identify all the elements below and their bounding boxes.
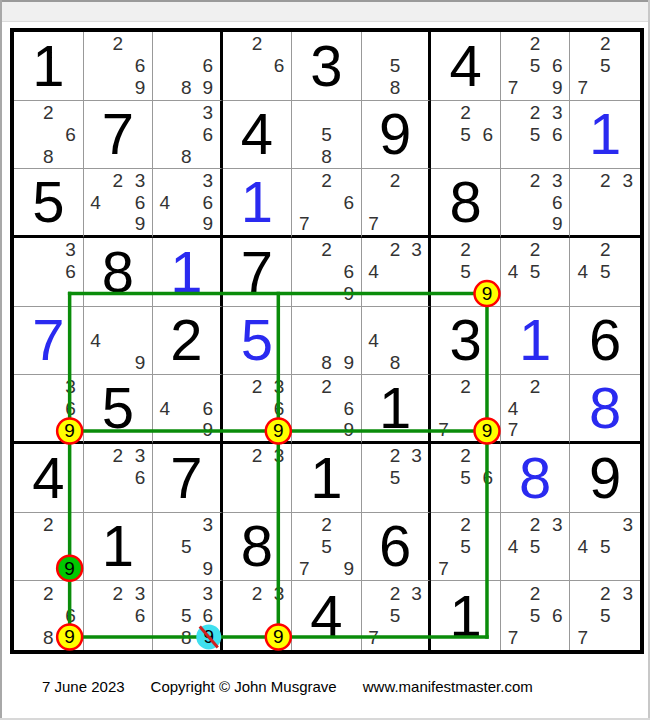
- given-digit: 2: [153, 307, 220, 375]
- cell-r6c3[interactable]: 469: [153, 375, 223, 444]
- pencil-9: 9: [129, 213, 151, 234]
- pencil-2: 2: [37, 582, 59, 604]
- pencil-1: [293, 239, 315, 261]
- pencil-marks: 27: [363, 170, 428, 234]
- pencil-marks: 89: [293, 308, 360, 374]
- pencil-6: 6: [546, 55, 568, 77]
- pencil-3: [406, 170, 428, 191]
- pencil-marks: 36: [15, 239, 82, 305]
- cell-r4c2[interactable]: 8: [84, 238, 154, 307]
- pencil-8: [524, 77, 546, 99]
- pencil-2: 2: [594, 239, 617, 261]
- pencil-6: 6: [546, 124, 568, 146]
- pencil-8: [455, 557, 477, 579]
- pencil-4: 4: [502, 261, 524, 283]
- pencil-5: 5: [315, 124, 337, 146]
- pencil-5: [524, 398, 546, 419]
- pencil-4: [154, 605, 176, 627]
- footer-caption: 7 June 2023Copyright © John Musgravewww.…: [42, 678, 533, 695]
- pencil-5: 5: [594, 536, 617, 558]
- cell-r2c9[interactable]: 1: [570, 101, 640, 170]
- cell-r3c9[interactable]: 23: [570, 169, 640, 238]
- pencil-7: [502, 283, 524, 305]
- pencil-2: [594, 514, 617, 536]
- pencil-9: 9: [477, 283, 499, 305]
- cell-r9c9[interactable]: 2357: [570, 581, 640, 650]
- cell-r6c8[interactable]: 247: [501, 375, 571, 444]
- pencil-9: 9: [197, 557, 219, 579]
- window-top-bar: [0, 0, 650, 22]
- footer-copyright: Copyright © John Musgrave: [151, 678, 337, 695]
- pencil-5: 5: [384, 605, 406, 627]
- pencil-9: [406, 77, 428, 99]
- pencil-6: 6: [59, 605, 81, 627]
- pencil-marks: 3469: [154, 170, 219, 234]
- pencil-6: [59, 536, 81, 558]
- pencil-1: [85, 445, 107, 467]
- pencil-6: [546, 398, 568, 419]
- pencil-6: [338, 536, 360, 558]
- pencil-1: [432, 239, 454, 261]
- pencil-4: [363, 192, 385, 213]
- cell-r4c8[interactable]: 245: [501, 238, 571, 307]
- pencil-8: [107, 351, 129, 373]
- cell-r6c7[interactable]: 279: [431, 375, 501, 444]
- given-digit: 7: [153, 444, 220, 512]
- pencil-9: [616, 557, 639, 579]
- pencil-2: [176, 514, 198, 536]
- pencil-1: [571, 239, 594, 261]
- cell-r8c9[interactable]: 345: [570, 513, 640, 582]
- pencil-5: [107, 605, 129, 627]
- pencil-9: 9: [197, 627, 219, 649]
- cell-r5c1[interactable]: 7: [14, 307, 84, 376]
- cell-r6c4[interactable]: 2369: [223, 375, 293, 444]
- pencil-9: 9: [59, 627, 81, 649]
- pencil-9: 9: [59, 419, 81, 440]
- pencil-7: 7: [432, 557, 454, 579]
- pencil-1: [363, 33, 385, 55]
- pencil-3: 3: [406, 445, 428, 467]
- pencil-6: [616, 192, 639, 213]
- pencil-1: [502, 239, 524, 261]
- pencil-7: [432, 283, 454, 305]
- pencil-7: 7: [571, 77, 594, 99]
- cell-r1c2[interactable]: 269: [84, 32, 154, 101]
- pencil-7: [85, 213, 107, 234]
- cell-r1c1[interactable]: 1: [14, 32, 84, 101]
- cell-r4c6[interactable]: 234: [362, 238, 432, 307]
- pencil-9: 9: [129, 351, 151, 373]
- solved-digit: 1: [570, 101, 640, 169]
- pencil-marks: 23: [571, 170, 639, 234]
- cell-r8c2[interactable]: 1: [84, 513, 154, 582]
- pencil-marks: 269: [293, 239, 360, 305]
- given-digit: 1: [292, 444, 361, 512]
- pencil-8: 8: [384, 351, 406, 373]
- pencil-2: 2: [524, 514, 546, 536]
- given-digit: 4: [14, 444, 83, 512]
- pencil-marks: 245: [571, 239, 639, 305]
- pencil-5: [246, 605, 268, 627]
- pencil-3: 3: [197, 582, 219, 604]
- cell-r8c6[interactable]: 6: [362, 513, 432, 582]
- pencil-6: 6: [197, 605, 219, 627]
- cell-r4c4[interactable]: 7: [223, 238, 293, 307]
- cell-r8c7[interactable]: 257: [431, 513, 501, 582]
- pencil-2: [176, 33, 198, 55]
- pencil-9: 9: [546, 77, 568, 99]
- cell-r3c6[interactable]: 27: [362, 169, 432, 238]
- pencil-2: [176, 582, 198, 604]
- pencil-marks: 235: [363, 445, 428, 511]
- pencil-2: 2: [107, 582, 129, 604]
- pencil-5: [37, 124, 59, 146]
- cell-r2c2[interactable]: 7: [84, 101, 154, 170]
- cell-r8c3[interactable]: 359: [153, 513, 223, 582]
- pencil-marks: 269: [293, 376, 360, 440]
- pencil-8: 8: [37, 145, 59, 167]
- pencil-3: [616, 33, 639, 55]
- pencil-1: [15, 514, 37, 536]
- pencil-5: [37, 398, 59, 419]
- pencil-9: [616, 77, 639, 99]
- cell-r5c4[interactable]: 5: [223, 307, 293, 376]
- cell-r9c5[interactable]: 4: [292, 581, 362, 650]
- pencil-2: [176, 376, 198, 397]
- cell-r6c1[interactable]: 369: [14, 375, 84, 444]
- pencil-3: [129, 33, 151, 55]
- cell-r2c7[interactable]: 256: [431, 101, 501, 170]
- pencil-8: 8: [176, 77, 198, 99]
- cell-r5c5[interactable]: 89: [292, 307, 362, 376]
- cell-r9c6[interactable]: 2357: [362, 581, 432, 650]
- pencil-5: [107, 192, 129, 213]
- pencil-7: [363, 489, 385, 511]
- pencil-3: [477, 102, 499, 124]
- pencil-8: [524, 145, 546, 167]
- solved-digit: 1: [501, 307, 570, 375]
- pencil-4: [15, 398, 37, 419]
- cell-r7c8[interactable]: 8: [501, 444, 571, 513]
- cell-r8c5[interactable]: 2579: [292, 513, 362, 582]
- cell-r1c9[interactable]: 257: [570, 32, 640, 101]
- given-digit: 1: [14, 32, 83, 100]
- pencil-9: [406, 213, 428, 234]
- pencil-4: [293, 192, 315, 213]
- pencil-2: 2: [384, 239, 406, 261]
- pencil-4: [571, 55, 594, 77]
- cell-r4c1[interactable]: 36: [14, 238, 84, 307]
- pencil-4: [502, 55, 524, 77]
- pencil-1: [15, 239, 37, 261]
- cell-r5c8[interactable]: 1: [501, 307, 571, 376]
- pencil-5: 5: [384, 55, 406, 77]
- pencil-marks: 236: [85, 582, 152, 649]
- pencil-marks: 247: [502, 376, 569, 440]
- pencil-7: [293, 419, 315, 440]
- pencil-marks: 245: [502, 239, 569, 305]
- cell-r2c6[interactable]: 9: [362, 101, 432, 170]
- pencil-6: [477, 398, 499, 419]
- pencil-3: 3: [197, 170, 219, 191]
- pencil-6: [616, 605, 639, 627]
- pencil-marks: 2357: [571, 582, 639, 649]
- given-digit: 5: [84, 375, 153, 441]
- pencil-4: [432, 536, 454, 558]
- cell-r1c6[interactable]: 58: [362, 32, 432, 101]
- pencil-8: [524, 419, 546, 440]
- pencil-3: [406, 308, 428, 330]
- pencil-marks: 26: [224, 33, 291, 99]
- cell-r7c7[interactable]: 256: [431, 444, 501, 513]
- pencil-4: [154, 55, 176, 77]
- cell-r7c2[interactable]: 236: [84, 444, 154, 513]
- pencil-4: [293, 330, 315, 352]
- cell-r4c7[interactable]: 259: [431, 238, 501, 307]
- pencil-2: 2: [455, 445, 477, 467]
- cell-r1c7[interactable]: 4: [431, 32, 501, 101]
- given-digit: 1: [362, 375, 429, 441]
- pencil-7: [502, 557, 524, 579]
- cell-r7c4[interactable]: 23: [223, 444, 293, 513]
- pencil-2: 2: [246, 376, 268, 397]
- pencil-7: [15, 557, 37, 579]
- pencil-marks: 239: [224, 582, 291, 649]
- pencil-9: [59, 145, 81, 167]
- given-digit: 7: [223, 238, 292, 306]
- pencil-8: [594, 213, 617, 234]
- pencil-marks: 48: [363, 308, 428, 374]
- cell-r1c5[interactable]: 3: [292, 32, 362, 101]
- cell-r5c7[interactable]: 3: [431, 307, 501, 376]
- pencil-7: [85, 489, 107, 511]
- cell-r4c5[interactable]: 269: [292, 238, 362, 307]
- cell-r7c9[interactable]: 9: [570, 444, 640, 513]
- pencil-1: [85, 308, 107, 330]
- pencil-9: [616, 213, 639, 234]
- pencil-7: [293, 351, 315, 373]
- pencil-7: [363, 77, 385, 99]
- pencil-4: 4: [571, 261, 594, 283]
- pencil-8: [384, 489, 406, 511]
- pencil-marks: 359: [154, 514, 219, 580]
- pencil-8: [176, 213, 198, 234]
- pencil-marks: 58: [293, 102, 360, 168]
- cell-r7c6[interactable]: 235: [362, 444, 432, 513]
- pencil-6: [546, 536, 568, 558]
- given-digit: 8: [84, 238, 153, 306]
- cell-r2c8[interactable]: 2356: [501, 101, 571, 170]
- pencil-1: [15, 376, 37, 397]
- cell-r9c3[interactable]: 35689: [153, 581, 223, 650]
- pencil-4: [15, 261, 37, 283]
- solved-digit: 8: [570, 375, 640, 441]
- pencil-9: [616, 283, 639, 305]
- cell-r9c1[interactable]: 2689: [14, 581, 84, 650]
- pencil-9: [546, 557, 568, 579]
- cell-r9c8[interactable]: 2567: [501, 581, 571, 650]
- cell-r3c3[interactable]: 3469: [153, 169, 223, 238]
- given-digit: 3: [292, 32, 361, 100]
- pencil-marks: 23: [224, 445, 291, 511]
- cell-r7c5[interactable]: 1: [292, 444, 362, 513]
- cell-r6c6[interactable]: 1: [362, 375, 432, 444]
- pencil-5: [37, 261, 59, 283]
- pencil-4: 4: [502, 398, 524, 419]
- given-digit: 4: [431, 32, 500, 100]
- pencil-2: [176, 170, 198, 191]
- pencil-7: [15, 283, 37, 305]
- cell-r2c1[interactable]: 268: [14, 101, 84, 170]
- pencil-8: 8: [176, 627, 198, 649]
- pencil-5: 5: [455, 261, 477, 283]
- pencil-8: 8: [176, 145, 198, 167]
- pencil-1: [15, 102, 37, 124]
- pencil-9: [406, 627, 428, 649]
- pencil-8: [315, 283, 337, 305]
- pencil-3: 3: [268, 376, 290, 397]
- pencil-5: 5: [455, 467, 477, 489]
- pencil-4: [293, 398, 315, 419]
- pencil-1: [363, 308, 385, 330]
- pencil-1: [502, 376, 524, 397]
- cell-r2c3[interactable]: 368: [153, 101, 223, 170]
- cell-r6c2[interactable]: 5: [84, 375, 154, 444]
- cell-r2c5[interactable]: 58: [292, 101, 362, 170]
- pencil-5: 5: [524, 536, 546, 558]
- pencil-3: 3: [268, 582, 290, 604]
- pencil-marks: 257: [571, 33, 639, 99]
- pencil-1: [224, 445, 246, 467]
- pencil-1: [571, 33, 594, 55]
- pencil-7: [85, 351, 107, 373]
- pencil-4: [224, 398, 246, 419]
- pencil-marks: 29: [15, 514, 82, 580]
- pencil-2: [384, 308, 406, 330]
- cell-r1c8[interactable]: 25679: [501, 32, 571, 101]
- pencil-8: 8: [315, 351, 337, 373]
- pencil-5: [176, 124, 198, 146]
- pencil-7: [154, 627, 176, 649]
- pencil-marks: 2369: [224, 376, 291, 440]
- cell-r1c4[interactable]: 26: [223, 32, 293, 101]
- pencil-4: 4: [154, 398, 176, 419]
- pencil-8: [384, 213, 406, 234]
- cell-r5c3[interactable]: 2: [153, 307, 223, 376]
- cell-r4c3[interactable]: 1: [153, 238, 223, 307]
- pencil-4: 4: [85, 192, 107, 213]
- cell-r7c1[interactable]: 4: [14, 444, 84, 513]
- pencil-3: [546, 33, 568, 55]
- pencil-6: [406, 467, 428, 489]
- cell-r8c8[interactable]: 2345: [501, 513, 571, 582]
- cell-r6c5[interactable]: 269: [292, 375, 362, 444]
- cell-r4c9[interactable]: 245: [570, 238, 640, 307]
- pencil-6: [406, 192, 428, 213]
- pencil-9: [546, 145, 568, 167]
- pencil-3: [268, 33, 290, 55]
- pencil-8: [37, 283, 59, 305]
- pencil-5: [37, 536, 59, 558]
- pencil-1: [363, 582, 385, 604]
- pencil-2: 2: [37, 102, 59, 124]
- pencil-3: [59, 514, 81, 536]
- cell-r8c4[interactable]: 8: [223, 513, 293, 582]
- pencil-7: [154, 213, 176, 234]
- pencil-6: 6: [129, 605, 151, 627]
- pencil-8: [524, 213, 546, 234]
- cell-r5c6[interactable]: 48: [362, 307, 432, 376]
- cell-r3c8[interactable]: 2369: [501, 169, 571, 238]
- cell-r2c4[interactable]: 4: [223, 101, 293, 170]
- pencil-5: [315, 261, 337, 283]
- cell-r6c9[interactable]: 8: [570, 375, 640, 444]
- cell-r3c4[interactable]: 1: [223, 169, 293, 238]
- cell-r5c2[interactable]: 49: [84, 307, 154, 376]
- cell-r3c2[interactable]: 23469: [84, 169, 154, 238]
- pencil-marks: 234: [363, 239, 428, 305]
- pencil-3: [338, 102, 360, 124]
- pencil-marks: 25679: [502, 33, 569, 99]
- given-digit: 1: [84, 513, 153, 581]
- cell-r3c1[interactable]: 5: [14, 169, 84, 238]
- pencil-7: [502, 213, 524, 234]
- pencil-9: [406, 351, 428, 373]
- cell-r3c7[interactable]: 8: [431, 169, 501, 238]
- pencil-2: 2: [524, 170, 546, 191]
- pencil-1: [432, 102, 454, 124]
- pencil-1: [293, 308, 315, 330]
- pencil-8: [176, 557, 198, 579]
- pencil-8: [315, 213, 337, 234]
- pencil-2: 2: [107, 445, 129, 467]
- cell-r9c2[interactable]: 236: [84, 581, 154, 650]
- pencil-2: 2: [524, 582, 546, 604]
- cell-r9c7[interactable]: 1: [431, 581, 501, 650]
- pencil-7: [154, 557, 176, 579]
- pencil-5: [107, 330, 129, 352]
- pencil-3: 3: [406, 239, 428, 261]
- pencil-4: [363, 467, 385, 489]
- pencil-5: 5: [524, 55, 546, 77]
- pencil-6: [197, 536, 219, 558]
- pencil-7: [432, 145, 454, 167]
- cell-r1c3[interactable]: 689: [153, 32, 223, 101]
- pencil-5: 5: [594, 605, 617, 627]
- cell-r8c1[interactable]: 29: [14, 513, 84, 582]
- pencil-6: 6: [546, 192, 568, 213]
- pencil-4: [571, 192, 594, 213]
- pencil-7: 7: [502, 627, 524, 649]
- pencil-1: [154, 33, 176, 55]
- cell-r9c4[interactable]: 239: [223, 581, 293, 650]
- pencil-9: 9: [546, 213, 568, 234]
- pencil-8: [524, 627, 546, 649]
- pencil-3: 3: [546, 514, 568, 536]
- pencil-6: 6: [197, 398, 219, 419]
- pencil-2: 2: [455, 376, 477, 397]
- pencil-3: [406, 33, 428, 55]
- cell-r5c9[interactable]: 6: [570, 307, 640, 376]
- pencil-8: 8: [384, 77, 406, 99]
- pencil-3: 3: [616, 582, 639, 604]
- cell-r7c3[interactable]: 7: [153, 444, 223, 513]
- pencil-7: [85, 77, 107, 99]
- cell-r3c5[interactable]: 267: [292, 169, 362, 238]
- pencil-2: 2: [455, 239, 477, 261]
- pencil-2: 2: [524, 239, 546, 261]
